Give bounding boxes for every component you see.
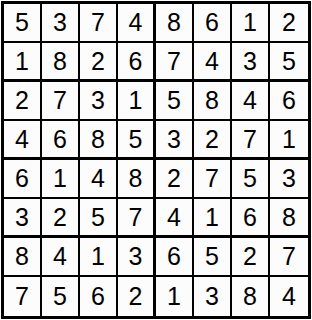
digit: 7: [167, 49, 181, 74]
cell-r5c4: 8: [118, 160, 156, 199]
digit: 5: [282, 49, 296, 74]
digit: 2: [15, 88, 29, 113]
digit: 5: [167, 88, 181, 113]
cell-r2c6: 4: [194, 43, 232, 82]
cell-r8c7: 8: [232, 277, 270, 316]
digit: 4: [167, 205, 181, 230]
digit: 8: [91, 127, 105, 152]
cell-r2c4: 6: [118, 43, 156, 82]
digit: 8: [167, 10, 181, 35]
cell-r1c6: 6: [194, 4, 232, 43]
digit: 7: [243, 127, 257, 152]
digit: 3: [15, 205, 29, 230]
digit: 2: [282, 10, 296, 35]
cell-r2c3: 2: [80, 43, 118, 82]
cell-r1c4: 4: [118, 4, 156, 43]
cell-r4c6: 2: [194, 121, 232, 160]
cell-r8c4: 2: [118, 277, 156, 316]
cell-r6c3: 5: [80, 199, 118, 238]
cell-r8c2: 5: [42, 277, 80, 316]
digit: 8: [243, 284, 257, 309]
cell-r3c6: 8: [194, 82, 232, 121]
digit: 3: [205, 284, 219, 309]
digit: 4: [282, 284, 296, 309]
cell-r5c3: 4: [80, 160, 118, 199]
cell-r6c2: 2: [42, 199, 80, 238]
digit: 4: [243, 88, 257, 113]
digit: 2: [53, 205, 67, 230]
digit: 1: [205, 205, 219, 230]
digit: 7: [129, 205, 143, 230]
cell-r7c8: 7: [270, 238, 308, 277]
cell-r6c1: 3: [4, 199, 42, 238]
digit: 6: [15, 166, 29, 191]
cell-r1c1: 5: [4, 4, 42, 43]
cell-r6c6: 1: [194, 199, 232, 238]
cell-r3c8: 6: [270, 82, 308, 121]
digit: 5: [205, 244, 219, 269]
cell-r1c2: 3: [42, 4, 80, 43]
cell-r8c5: 1: [156, 277, 194, 316]
cell-r3c7: 4: [232, 82, 270, 121]
digit: 8: [15, 244, 29, 269]
digit: 2: [129, 284, 143, 309]
cell-r1c5: 8: [156, 4, 194, 43]
digit: 2: [167, 166, 181, 191]
digit: 8: [129, 166, 143, 191]
digit: 3: [91, 88, 105, 113]
cell-r7c2: 4: [42, 238, 80, 277]
digit: 8: [282, 205, 296, 230]
cell-r7c6: 5: [194, 238, 232, 277]
digit: 7: [53, 88, 67, 113]
sudoku-board: 5374861218267435273158464685327161482753…: [1, 1, 311, 319]
digit: 4: [91, 166, 105, 191]
digit: 1: [282, 127, 296, 152]
digit: 1: [129, 88, 143, 113]
digit: 3: [129, 244, 143, 269]
digit: 6: [91, 284, 105, 309]
cell-r7c1: 8: [4, 238, 42, 277]
cell-r7c7: 2: [232, 238, 270, 277]
cell-r5c5: 2: [156, 160, 194, 199]
digit: 5: [53, 284, 67, 309]
cell-r5c1: 6: [4, 160, 42, 199]
cell-r4c8: 1: [270, 121, 308, 160]
digit: 6: [167, 244, 181, 269]
cell-r7c3: 1: [80, 238, 118, 277]
cell-r5c2: 1: [42, 160, 80, 199]
cell-r8c1: 7: [4, 277, 42, 316]
cell-r4c2: 6: [42, 121, 80, 160]
digit: 1: [53, 166, 67, 191]
cell-r8c8: 4: [270, 277, 308, 316]
digit: 4: [205, 49, 219, 74]
cell-r4c3: 8: [80, 121, 118, 160]
cell-r6c8: 8: [270, 199, 308, 238]
cell-r2c8: 5: [270, 43, 308, 82]
cell-r3c3: 3: [80, 82, 118, 121]
digit: 3: [243, 49, 257, 74]
cell-r3c2: 7: [42, 82, 80, 121]
cell-r2c1: 1: [4, 43, 42, 82]
digit: 8: [205, 88, 219, 113]
digit: 6: [243, 205, 257, 230]
digit: 3: [167, 127, 181, 152]
cell-r4c5: 3: [156, 121, 194, 160]
digit: 6: [205, 10, 219, 35]
digit: 5: [91, 205, 105, 230]
cell-r4c4: 5: [118, 121, 156, 160]
digit: 2: [205, 127, 219, 152]
cell-r6c7: 6: [232, 199, 270, 238]
digit: 1: [167, 284, 181, 309]
digit: 1: [91, 244, 105, 269]
cell-r5c6: 7: [194, 160, 232, 199]
digit: 7: [282, 244, 296, 269]
cell-r2c7: 3: [232, 43, 270, 82]
digit: 6: [53, 127, 67, 152]
digit: 5: [243, 166, 257, 191]
cell-r8c3: 6: [80, 277, 118, 316]
cell-r1c3: 7: [80, 4, 118, 43]
digit: 2: [243, 244, 257, 269]
digit: 8: [53, 49, 67, 74]
digit: 4: [53, 244, 67, 269]
cell-r6c5: 4: [156, 199, 194, 238]
cell-r7c5: 6: [156, 238, 194, 277]
digit: 5: [15, 10, 29, 35]
cell-r1c8: 2: [270, 4, 308, 43]
digit: 4: [129, 10, 143, 35]
digit: 1: [243, 10, 257, 35]
digit: 6: [282, 88, 296, 113]
cell-r3c1: 2: [4, 82, 42, 121]
digit: 7: [91, 10, 105, 35]
cell-r1c7: 1: [232, 4, 270, 43]
digit: 3: [282, 166, 296, 191]
digit: 6: [129, 49, 143, 74]
digit: 5: [129, 127, 143, 152]
cell-r7c4: 3: [118, 238, 156, 277]
digit: 1: [15, 49, 29, 74]
cell-r2c5: 7: [156, 43, 194, 82]
digit: 4: [15, 127, 29, 152]
digit: 7: [205, 166, 219, 191]
cell-r3c5: 5: [156, 82, 194, 121]
digit: 2: [91, 49, 105, 74]
cell-r4c7: 7: [232, 121, 270, 160]
cell-r2c2: 8: [42, 43, 80, 82]
cell-r8c6: 3: [194, 277, 232, 316]
digit: 3: [53, 10, 67, 35]
cell-r3c4: 1: [118, 82, 156, 121]
digit: 7: [15, 284, 29, 309]
cell-r5c7: 5: [232, 160, 270, 199]
cell-r4c1: 4: [4, 121, 42, 160]
cell-r6c4: 7: [118, 199, 156, 238]
cell-r5c8: 3: [270, 160, 308, 199]
